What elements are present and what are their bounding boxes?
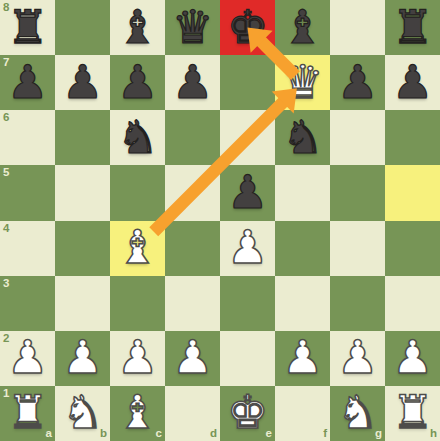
square-c5[interactable] [110, 165, 165, 220]
square-b6[interactable] [55, 110, 110, 165]
white-rook[interactable]: ♜ [7, 389, 48, 435]
white-bishop[interactable]: ♝ [117, 224, 158, 270]
black-queen[interactable]: ♛ [172, 4, 213, 50]
rank-label-6: 6 [3, 112, 9, 124]
file-label-f: f [323, 428, 327, 440]
square-b5[interactable] [55, 165, 110, 220]
white-knight[interactable]: ♞ [337, 389, 378, 435]
square-a7[interactable]: 7♟ [0, 55, 55, 110]
black-bishop[interactable]: ♝ [117, 4, 158, 50]
square-h8[interactable]: ♜ [385, 0, 440, 55]
black-bishop[interactable]: ♝ [282, 4, 323, 50]
square-f8[interactable]: ♝ [275, 0, 330, 55]
square-f7[interactable]: ♛ [275, 55, 330, 110]
square-e5[interactable]: ♟ [220, 165, 275, 220]
white-pawn[interactable]: ♟ [337, 334, 378, 380]
square-d8[interactable]: ♛ [165, 0, 220, 55]
square-f5[interactable] [275, 165, 330, 220]
black-knight[interactable]: ♞ [282, 114, 323, 160]
black-pawn[interactable]: ♟ [7, 59, 48, 105]
rank-label-4: 4 [3, 223, 9, 235]
square-e8[interactable]: ♚ [220, 0, 275, 55]
square-e4[interactable]: ♟ [220, 221, 275, 276]
white-king[interactable]: ♚ [227, 389, 268, 435]
square-c2[interactable]: ♟ [110, 331, 165, 386]
black-pawn[interactable]: ♟ [392, 59, 433, 105]
square-g5[interactable] [330, 165, 385, 220]
square-a2[interactable]: 2♟ [0, 331, 55, 386]
white-queen[interactable]: ♛ [282, 59, 323, 105]
square-f3[interactable] [275, 276, 330, 331]
square-f2[interactable]: ♟ [275, 331, 330, 386]
square-h2[interactable]: ♟ [385, 331, 440, 386]
square-a5[interactable]: 5 [0, 165, 55, 220]
white-knight[interactable]: ♞ [62, 389, 103, 435]
black-knight[interactable]: ♞ [117, 114, 158, 160]
black-rook[interactable]: ♜ [7, 4, 48, 50]
square-a8[interactable]: 8♜ [0, 0, 55, 55]
black-pawn[interactable]: ♟ [337, 59, 378, 105]
square-g3[interactable] [330, 276, 385, 331]
white-pawn[interactable]: ♟ [282, 334, 323, 380]
square-e2[interactable] [220, 331, 275, 386]
square-d7[interactable]: ♟ [165, 55, 220, 110]
square-b7[interactable]: ♟ [55, 55, 110, 110]
board-grid: 8♜♝♛♚♝♜7♟♟♟♟♛♟♟6♞♞5♟4♝♟32♟♟♟♟♟♟♟1a♜b♞c♝d… [0, 0, 440, 441]
black-pawn[interactable]: ♟ [117, 59, 158, 105]
square-d5[interactable] [165, 165, 220, 220]
square-f4[interactable] [275, 221, 330, 276]
square-b8[interactable] [55, 0, 110, 55]
square-c1[interactable]: c♝ [110, 386, 165, 441]
square-c6[interactable]: ♞ [110, 110, 165, 165]
white-pawn[interactable]: ♟ [392, 334, 433, 380]
square-d6[interactable] [165, 110, 220, 165]
square-h4[interactable] [385, 221, 440, 276]
white-pawn[interactable]: ♟ [7, 334, 48, 380]
square-c3[interactable] [110, 276, 165, 331]
square-d1[interactable]: d [165, 386, 220, 441]
square-b3[interactable] [55, 276, 110, 331]
chess-board: 8♜♝♛♚♝♜7♟♟♟♟♛♟♟6♞♞5♟4♝♟32♟♟♟♟♟♟♟1a♜b♞c♝d… [0, 0, 440, 441]
black-pawn[interactable]: ♟ [172, 59, 213, 105]
white-bishop[interactable]: ♝ [117, 389, 158, 435]
black-pawn[interactable]: ♟ [227, 169, 268, 215]
square-b1[interactable]: b♞ [55, 386, 110, 441]
square-b2[interactable]: ♟ [55, 331, 110, 386]
square-e7[interactable] [220, 55, 275, 110]
square-a6[interactable]: 6 [0, 110, 55, 165]
square-h6[interactable] [385, 110, 440, 165]
square-g8[interactable] [330, 0, 385, 55]
square-g1[interactable]: g♞ [330, 386, 385, 441]
square-f1[interactable]: f [275, 386, 330, 441]
square-e3[interactable] [220, 276, 275, 331]
square-g6[interactable] [330, 110, 385, 165]
square-c8[interactable]: ♝ [110, 0, 165, 55]
white-pawn[interactable]: ♟ [62, 334, 103, 380]
square-g2[interactable]: ♟ [330, 331, 385, 386]
square-d2[interactable]: ♟ [165, 331, 220, 386]
white-rook[interactable]: ♜ [392, 389, 433, 435]
square-h1[interactable]: h♜ [385, 386, 440, 441]
square-f6[interactable]: ♞ [275, 110, 330, 165]
square-g4[interactable] [330, 221, 385, 276]
square-c4[interactable]: ♝ [110, 221, 165, 276]
rank-label-3: 3 [3, 278, 9, 290]
square-e1[interactable]: e♚ [220, 386, 275, 441]
square-e6[interactable] [220, 110, 275, 165]
black-king[interactable]: ♚ [227, 4, 268, 50]
square-b4[interactable] [55, 221, 110, 276]
square-h5[interactable] [385, 165, 440, 220]
square-c7[interactable]: ♟ [110, 55, 165, 110]
black-rook[interactable]: ♜ [392, 4, 433, 50]
white-pawn[interactable]: ♟ [117, 334, 158, 380]
square-h3[interactable] [385, 276, 440, 331]
square-a4[interactable]: 4 [0, 221, 55, 276]
white-pawn[interactable]: ♟ [227, 224, 268, 270]
square-a1[interactable]: 1a♜ [0, 386, 55, 441]
square-d4[interactable] [165, 221, 220, 276]
square-g7[interactable]: ♟ [330, 55, 385, 110]
file-label-d: d [210, 428, 217, 440]
square-d3[interactable] [165, 276, 220, 331]
square-a3[interactable]: 3 [0, 276, 55, 331]
square-h7[interactable]: ♟ [385, 55, 440, 110]
rank-label-5: 5 [3, 167, 9, 179]
white-pawn[interactable]: ♟ [172, 334, 213, 380]
black-pawn[interactable]: ♟ [62, 59, 103, 105]
